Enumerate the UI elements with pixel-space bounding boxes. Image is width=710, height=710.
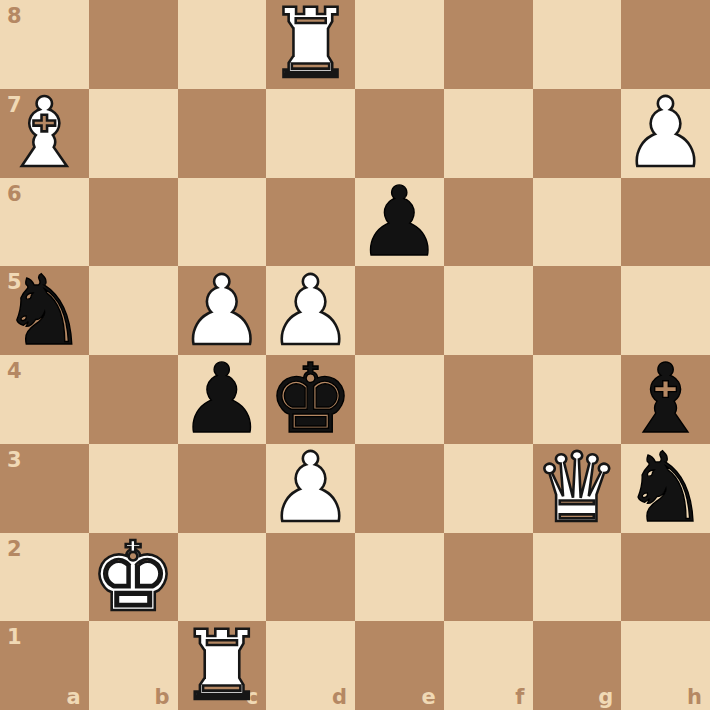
rank-label-3: 3 <box>7 448 22 472</box>
square-b1[interactable]: b <box>89 621 178 710</box>
square-a6[interactable]: 6 <box>0 178 89 267</box>
square-b5[interactable] <box>89 266 178 355</box>
square-e2[interactable] <box>355 533 444 622</box>
square-f1[interactable]: f <box>444 621 533 710</box>
square-h4[interactable]: ♝ <box>621 355 710 444</box>
black-king-d4[interactable]: ♚ <box>266 355 355 444</box>
square-h3[interactable]: ♞ <box>621 444 710 533</box>
square-f7[interactable] <box>444 89 533 178</box>
square-g7[interactable] <box>533 89 622 178</box>
square-a3[interactable]: 3 <box>0 444 89 533</box>
square-d8[interactable]: ♜ <box>266 0 355 89</box>
black-knight-h3[interactable]: ♞ <box>621 444 710 533</box>
file-label-g: g <box>598 685 613 709</box>
square-f6[interactable] <box>444 178 533 267</box>
square-g4[interactable] <box>533 355 622 444</box>
square-e7[interactable] <box>355 89 444 178</box>
file-label-a: a <box>67 685 81 709</box>
file-label-f: f <box>515 685 524 709</box>
square-f8[interactable] <box>444 0 533 89</box>
square-c4[interactable]: ♟ <box>178 355 267 444</box>
square-h5[interactable] <box>621 266 710 355</box>
file-label-h: h <box>687 685 702 709</box>
white-king-b2[interactable]: ♚ <box>89 533 178 622</box>
square-d5[interactable]: ♟ <box>266 266 355 355</box>
square-a4[interactable]: 4 <box>0 355 89 444</box>
black-pawn-e6[interactable]: ♟ <box>355 178 444 267</box>
square-d4[interactable]: ♚ <box>266 355 355 444</box>
rank-label-1: 1 <box>7 625 22 649</box>
square-f5[interactable] <box>444 266 533 355</box>
square-g6[interactable] <box>533 178 622 267</box>
white-rook-c1[interactable]: ♜ <box>178 621 267 710</box>
square-e5[interactable] <box>355 266 444 355</box>
square-g5[interactable] <box>533 266 622 355</box>
square-f3[interactable] <box>444 444 533 533</box>
square-g3[interactable]: ♛ <box>533 444 622 533</box>
square-b6[interactable] <box>89 178 178 267</box>
square-b7[interactable] <box>89 89 178 178</box>
square-e8[interactable] <box>355 0 444 89</box>
square-d7[interactable] <box>266 89 355 178</box>
square-f4[interactable] <box>444 355 533 444</box>
white-bishop-a7[interactable]: ♝ <box>0 89 89 178</box>
square-f2[interactable] <box>444 533 533 622</box>
square-d3[interactable]: ♟ <box>266 444 355 533</box>
square-c3[interactable] <box>178 444 267 533</box>
black-knight-a5[interactable]: ♞ <box>0 266 89 355</box>
file-label-e: e <box>422 685 436 709</box>
square-b2[interactable]: ♚ <box>89 533 178 622</box>
rank-label-2: 2 <box>7 537 22 561</box>
rank-label-8: 8 <box>7 4 22 28</box>
square-e1[interactable]: e <box>355 621 444 710</box>
file-label-b: b <box>154 685 169 709</box>
white-pawn-c5[interactable]: ♟ <box>178 266 267 355</box>
white-rook-d8[interactable]: ♜ <box>266 0 355 89</box>
square-b4[interactable] <box>89 355 178 444</box>
square-b8[interactable] <box>89 0 178 89</box>
white-queen-g3[interactable]: ♛ <box>533 444 622 533</box>
square-h7[interactable]: ♟ <box>621 89 710 178</box>
square-g2[interactable] <box>533 533 622 622</box>
white-pawn-d3[interactable]: ♟ <box>266 444 355 533</box>
file-label-d: d <box>332 685 347 709</box>
square-d2[interactable] <box>266 533 355 622</box>
square-c6[interactable] <box>178 178 267 267</box>
chess-board: 8♜7♝♟6♟5♞♟♟4♟♚♝3♟♛♞2♚1abc♜defgh <box>0 0 710 710</box>
black-pawn-c4[interactable]: ♟ <box>178 355 267 444</box>
square-h6[interactable] <box>621 178 710 267</box>
square-b3[interactable] <box>89 444 178 533</box>
white-pawn-d5[interactable]: ♟ <box>266 266 355 355</box>
square-a7[interactable]: 7♝ <box>0 89 89 178</box>
square-c8[interactable] <box>178 0 267 89</box>
white-pawn-h7[interactable]: ♟ <box>621 89 710 178</box>
square-a2[interactable]: 2 <box>0 533 89 622</box>
square-h2[interactable] <box>621 533 710 622</box>
square-e4[interactable] <box>355 355 444 444</box>
square-g1[interactable]: g <box>533 621 622 710</box>
square-h8[interactable] <box>621 0 710 89</box>
square-h1[interactable]: h <box>621 621 710 710</box>
square-c2[interactable] <box>178 533 267 622</box>
square-g8[interactable] <box>533 0 622 89</box>
square-a1[interactable]: 1a <box>0 621 89 710</box>
square-e6[interactable]: ♟ <box>355 178 444 267</box>
square-d1[interactable]: d <box>266 621 355 710</box>
square-e3[interactable] <box>355 444 444 533</box>
square-c7[interactable] <box>178 89 267 178</box>
black-bishop-h4[interactable]: ♝ <box>621 355 710 444</box>
square-a8[interactable]: 8 <box>0 0 89 89</box>
square-c5[interactable]: ♟ <box>178 266 267 355</box>
square-a5[interactable]: 5♞ <box>0 266 89 355</box>
square-c1[interactable]: c♜ <box>178 621 267 710</box>
square-d6[interactable] <box>266 178 355 267</box>
